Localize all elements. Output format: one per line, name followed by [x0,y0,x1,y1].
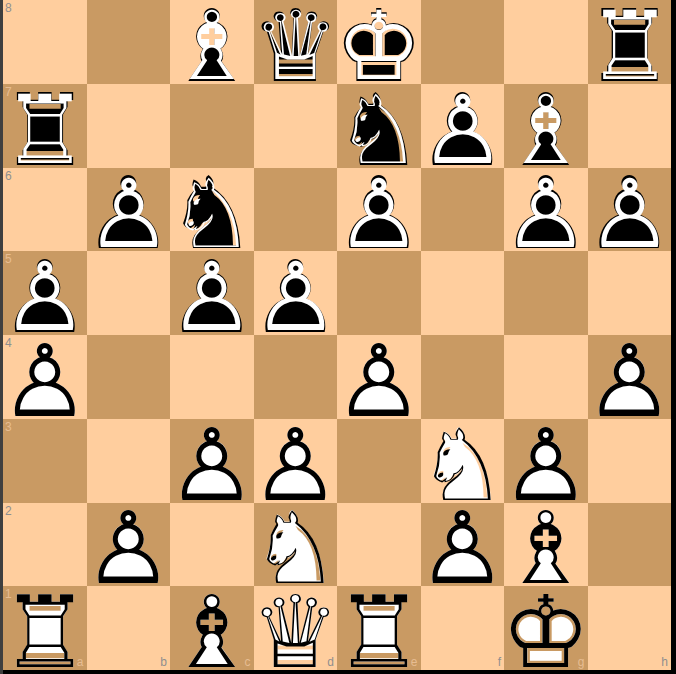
square-c2[interactable] [170,503,254,587]
piece-glyph-outline: ♙ [339,175,418,255]
white-pawn-f2[interactable]: ♟♙ [421,503,505,587]
piece-glyph-outline: ♙ [87,508,171,592]
piece-glyph-base: ♟ [504,173,588,257]
piece-glyph-outline: ♘ [254,508,338,592]
square-h4[interactable]: ♟♙ [588,335,672,419]
black-bishop-c8[interactable]: ♝♗ [170,0,254,84]
piece-glyph-outline: ♗ [172,7,251,87]
piece-glyph-outline: ♙ [256,258,335,338]
square-h5[interactable] [588,251,672,335]
piece-glyph-outline: ♗ [504,508,588,592]
square-d7[interactable] [254,84,338,168]
square-f8[interactable] [421,0,505,84]
square-d5[interactable]: ♟♙ [254,251,338,335]
square-g4[interactable] [504,335,588,419]
piece-glyph-base: ♜ [588,5,672,89]
piece-glyph-base: ♟ [3,340,87,424]
white-queen-d1[interactable]: ♛♕ [254,586,338,670]
file-label-f: f [498,656,501,668]
piece-glyph-outline: ♗ [170,591,254,674]
piece-glyph-base: ♜ [3,591,87,674]
black-pawn-g6[interactable]: ♟♙ [504,168,588,252]
square-b6[interactable]: ♟♙ [87,168,171,252]
square-h7[interactable] [588,84,672,168]
square-d4[interactable] [254,335,338,419]
piece-glyph-base: ♜ [3,89,87,173]
piece-glyph-outline: ♙ [254,424,338,508]
square-a1[interactable]: 1a♜♖ [3,586,87,670]
piece-glyph-base: ♞ [170,173,254,257]
square-f7[interactable]: ♟♙ [421,84,505,168]
piece-glyph-outline: ♙ [89,175,168,255]
square-b4[interactable] [87,335,171,419]
square-f2[interactable]: ♟♙ [421,503,505,587]
black-pawn-c5[interactable]: ♟♙ [170,251,254,335]
piece-glyph-outline: ♙ [170,424,254,508]
white-pawn-g3[interactable]: ♟♙ [504,419,588,503]
square-g6[interactable]: ♟♙ [504,168,588,252]
piece-glyph-outline: ♖ [337,591,421,674]
piece-glyph-outline: ♙ [3,340,87,424]
piece-glyph-base: ♟ [421,508,505,592]
piece-glyph-base: ♟ [254,256,338,340]
piece-glyph-base: ♟ [87,173,171,257]
black-knight-e7[interactable]: ♞♘ [337,84,421,168]
piece-glyph-base: ♟ [588,340,672,424]
square-c4[interactable] [170,335,254,419]
square-c3[interactable]: ♟♙ [170,419,254,503]
black-pawn-d5[interactable]: ♟♙ [254,251,338,335]
square-h2[interactable] [588,503,672,587]
square-e6[interactable]: ♟♙ [337,168,421,252]
white-pawn-h4[interactable]: ♟♙ [588,335,672,419]
rank-label-8: 8 [5,2,12,14]
square-d1[interactable]: d♛♕ [254,586,338,670]
rank-label-2: 2 [5,505,12,517]
square-b3[interactable] [87,419,171,503]
square-g1[interactable]: g♚♔ [504,586,588,670]
white-bishop-c1[interactable]: ♝♗ [170,586,254,670]
board-frame: 8♝♗♛♕♚♔♜♖7♜♖♞♘♟♙♝♗6♟♙♞♘♟♙♟♙♟♙5♟♙♟♙♟♙4♟♙♟… [0,0,676,674]
chess-board: 8♝♗♛♕♚♔♜♖7♜♖♞♘♟♙♝♗6♟♙♞♘♟♙♟♙♟♙5♟♙♟♙♟♙4♟♙♟… [3,0,671,670]
square-g8[interactable] [504,0,588,84]
piece-glyph-base: ♟ [504,424,588,508]
piece-glyph-base: ♚ [504,591,588,674]
piece-glyph-outline: ♖ [5,91,84,171]
piece-glyph-base: ♟ [337,340,421,424]
piece-glyph-base: ♟ [170,256,254,340]
square-e1[interactable]: e♜♖ [337,586,421,670]
square-c6[interactable]: ♞♘ [170,168,254,252]
square-a3[interactable]: 3 [3,419,87,503]
black-bishop-g7[interactable]: ♝♗ [504,84,588,168]
square-a4[interactable]: 4♟♙ [3,335,87,419]
square-e5[interactable] [337,251,421,335]
white-bishop-g2[interactable]: ♝♗ [504,503,588,587]
black-pawn-f7[interactable]: ♟♙ [421,84,505,168]
white-rook-a1[interactable]: ♜♖ [3,586,87,670]
piece-glyph-outline: ♘ [421,424,505,508]
piece-glyph-outline: ♘ [339,91,418,171]
piece-glyph-outline: ♙ [337,340,421,424]
black-knight-c6[interactable]: ♞♘ [170,168,254,252]
square-c5[interactable]: ♟♙ [170,251,254,335]
piece-glyph-base: ♛ [254,591,338,674]
square-e2[interactable] [337,503,421,587]
piece-glyph-base: ♟ [254,424,338,508]
square-f4[interactable] [421,335,505,419]
square-c7[interactable] [170,84,254,168]
piece-glyph-base: ♝ [504,89,588,173]
square-a2[interactable]: 2 [3,503,87,587]
square-d6[interactable] [254,168,338,252]
white-pawn-e4[interactable]: ♟♙ [337,335,421,419]
square-h6[interactable]: ♟♙ [588,168,672,252]
square-g7[interactable]: ♝♗ [504,84,588,168]
square-a7[interactable]: 7♜♖ [3,84,87,168]
white-pawn-a4[interactable]: ♟♙ [3,335,87,419]
square-c8[interactable]: ♝♗ [170,0,254,84]
square-f5[interactable] [421,251,505,335]
piece-glyph-base: ♟ [337,173,421,257]
piece-glyph-base: ♜ [337,591,421,674]
black-rook-a7[interactable]: ♜♖ [3,84,87,168]
piece-glyph-outline: ♙ [423,91,502,171]
piece-glyph-outline: ♔ [504,591,588,674]
piece-glyph-outline: ♙ [504,424,588,508]
piece-glyph-outline: ♕ [256,7,335,87]
square-d3[interactable]: ♟♙ [254,419,338,503]
piece-glyph-outline: ♙ [506,175,585,255]
file-label-b: b [160,656,167,668]
black-queen-d8[interactable]: ♛♕ [254,0,338,84]
piece-glyph-outline: ♗ [506,91,585,171]
piece-glyph-base: ♚ [337,5,421,89]
rank-label-6: 6 [5,170,12,182]
square-b2[interactable]: ♟♙ [87,503,171,587]
square-g3[interactable]: ♟♙ [504,419,588,503]
square-a6[interactable]: 6 [3,168,87,252]
square-f3[interactable]: ♞♘ [421,419,505,503]
square-b1[interactable]: b [87,586,171,670]
file-label-h: h [661,656,668,668]
black-pawn-a5[interactable]: ♟♙ [3,251,87,335]
white-rook-e1[interactable]: ♜♖ [337,586,421,670]
square-c1[interactable]: c♝♗ [170,586,254,670]
square-b5[interactable] [87,251,171,335]
black-pawn-b6[interactable]: ♟♙ [87,168,171,252]
square-e3[interactable] [337,419,421,503]
piece-glyph-outline: ♙ [172,258,251,338]
white-king-g1[interactable]: ♚♔ [504,586,588,670]
square-a5[interactable]: 5♟♙ [3,251,87,335]
piece-glyph-outline: ♕ [254,591,338,674]
piece-glyph-base: ♞ [337,89,421,173]
piece-glyph-outline: ♘ [172,175,251,255]
square-d2[interactable]: ♞♘ [254,503,338,587]
piece-glyph-base: ♛ [254,5,338,89]
square-f6[interactable] [421,168,505,252]
square-f1[interactable]: f [421,586,505,670]
piece-glyph-outline: ♔ [339,7,418,87]
black-king-e8[interactable]: ♚♔ [337,0,421,84]
piece-glyph-base: ♞ [421,424,505,508]
square-e7[interactable]: ♞♘ [337,84,421,168]
piece-glyph-base: ♞ [254,508,338,592]
piece-glyph-base: ♟ [421,89,505,173]
white-knight-d2[interactable]: ♞♘ [254,503,338,587]
black-pawn-h6[interactable]: ♟♙ [588,168,672,252]
piece-glyph-outline: ♙ [588,340,672,424]
square-d8[interactable]: ♛♕ [254,0,338,84]
piece-glyph-outline: ♖ [590,7,669,87]
rank-label-3: 3 [5,421,12,433]
square-g2[interactable]: ♝♗ [504,503,588,587]
square-h8[interactable]: ♜♖ [588,0,672,84]
white-knight-f3[interactable]: ♞♘ [421,419,505,503]
piece-glyph-base: ♝ [170,591,254,674]
square-b7[interactable] [87,84,171,168]
piece-glyph-outline: ♖ [3,591,87,674]
black-rook-h8[interactable]: ♜♖ [588,0,672,84]
piece-glyph-outline: ♙ [5,258,84,338]
piece-glyph-base: ♟ [3,256,87,340]
piece-glyph-outline: ♙ [421,508,505,592]
square-e8[interactable]: ♚♔ [337,0,421,84]
square-b8[interactable] [87,0,171,84]
square-a8[interactable]: 8 [3,0,87,84]
square-g5[interactable] [504,251,588,335]
square-h1[interactable]: h [588,586,672,670]
white-pawn-c3[interactable]: ♟♙ [170,419,254,503]
piece-glyph-base: ♝ [504,508,588,592]
square-h3[interactable] [588,419,672,503]
piece-glyph-base: ♟ [170,424,254,508]
piece-glyph-base: ♝ [170,5,254,89]
piece-glyph-base: ♟ [87,508,171,592]
piece-glyph-base: ♟ [588,173,672,257]
square-e4[interactable]: ♟♙ [337,335,421,419]
piece-glyph-outline: ♙ [590,175,669,255]
white-pawn-b2[interactable]: ♟♙ [87,503,171,587]
white-pawn-d3[interactable]: ♟♙ [254,419,338,503]
black-pawn-e6[interactable]: ♟♙ [337,168,421,252]
